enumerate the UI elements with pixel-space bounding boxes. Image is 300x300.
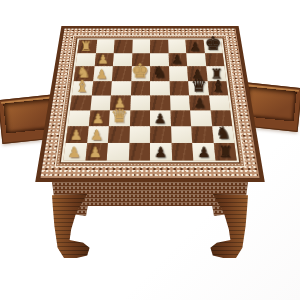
square-b6[interactable]: ♟ — [168, 53, 187, 66]
square-f5[interactable]: ♟ — [150, 111, 171, 127]
square-g6[interactable] — [171, 126, 193, 143]
square-g5[interactable] — [150, 126, 171, 143]
chess-board: ♜♟♚♟♟♞♟♚♞♟♜♝♛♝♟♟♟♛♟♟♟♞♟♟♟♟♜ — [61, 38, 239, 162]
square-g2[interactable]: ♟ — [87, 126, 109, 143]
chess-table-photo: ♜♟♚♟♟♞♟♚♞♟♜♝♛♝♟♟♟♛♟♟♟♞♟♟♟♟♜ — [0, 0, 300, 300]
white-pawn-g1[interactable]: ♟ — [70, 128, 83, 142]
white-rook-a1[interactable]: ♜ — [81, 40, 93, 53]
white-queen-f3[interactable]: ♛ — [111, 107, 128, 126]
square-d5[interactable] — [150, 81, 170, 95]
black-pawn-e7[interactable]: ♟ — [194, 96, 206, 109]
white-pawn-b2[interactable]: ♟ — [98, 53, 109, 65]
square-d1[interactable]: ♝ — [72, 81, 93, 95]
table-top: ♜♟♚♟♟♞♟♚♞♟♜♝♛♝♟♟♟♛♟♟♟♞♟♟♟♟♜ — [35, 26, 265, 182]
square-f4[interactable] — [129, 111, 150, 127]
black-bishop-d8[interactable]: ♝ — [211, 79, 225, 95]
square-g7[interactable] — [191, 126, 213, 143]
square-f7[interactable] — [190, 111, 212, 127]
square-h7[interactable]: ♟ — [192, 143, 215, 161]
square-g4[interactable] — [129, 126, 150, 143]
square-h1[interactable]: ♟ — [63, 143, 86, 161]
white-pawn-h1[interactable]: ♟ — [68, 145, 81, 159]
white-bishop-d1[interactable]: ♝ — [74, 79, 88, 95]
square-a4[interactable] — [132, 40, 150, 54]
square-h5[interactable]: ♟ — [150, 143, 172, 161]
black-queen-d7[interactable]: ♛ — [191, 77, 207, 95]
square-f2[interactable]: ♟ — [88, 111, 110, 127]
square-f3[interactable]: ♛ — [109, 111, 130, 127]
square-e8[interactable] — [209, 96, 231, 111]
square-a8[interactable]: ♚ — [203, 40, 223, 54]
square-a1[interactable]: ♜ — [77, 40, 97, 54]
square-e1[interactable] — [70, 96, 92, 111]
square-c5[interactable]: ♞ — [150, 66, 169, 81]
square-c4[interactable]: ♚ — [131, 66, 150, 81]
square-g1[interactable]: ♟ — [66, 126, 89, 143]
square-a5[interactable] — [150, 40, 168, 54]
black-pawn-h7[interactable]: ♟ — [198, 145, 211, 159]
white-pawn-f2[interactable]: ♟ — [93, 112, 105, 126]
square-d2[interactable] — [91, 81, 111, 95]
inlaid-border-inner: ♜♟♚♟♟♞♟♚♞♟♜♝♛♝♟♟♟♛♟♟♟♞♟♟♟♟♜ — [55, 35, 246, 167]
square-d8[interactable]: ♝ — [207, 81, 228, 95]
square-b3[interactable] — [113, 53, 132, 66]
black-pawn-h5[interactable]: ♟ — [154, 145, 167, 159]
black-knight-c5[interactable]: ♞ — [153, 65, 167, 81]
square-h2[interactable]: ♟ — [85, 143, 108, 161]
black-king-a8[interactable]: ♚ — [205, 34, 222, 53]
black-knight-g8[interactable]: ♞ — [216, 125, 231, 142]
square-c6[interactable] — [169, 66, 189, 81]
square-d3[interactable] — [111, 81, 131, 95]
white-pawn-c2[interactable]: ♟ — [97, 68, 108, 81]
square-h6[interactable] — [171, 143, 193, 161]
square-d4[interactable] — [130, 81, 150, 95]
square-g3[interactable] — [108, 126, 130, 143]
square-e4[interactable] — [130, 96, 150, 111]
square-e2[interactable] — [90, 96, 111, 111]
square-f6[interactable] — [170, 111, 191, 127]
black-rook-h8[interactable]: ♜ — [219, 144, 233, 160]
square-a7[interactable]: ♟ — [185, 40, 204, 54]
square-d7[interactable]: ♛ — [188, 81, 208, 95]
square-e5[interactable] — [150, 96, 170, 111]
table-apron — [68, 182, 232, 206]
square-h3[interactable] — [107, 143, 129, 161]
square-e7[interactable]: ♟ — [189, 96, 210, 111]
inlaid-border-outer: ♜♟♚♟♟♞♟♚♞♟♜♝♛♝♟♟♟♛♟♟♟♞♟♟♟♟♜ — [39, 28, 261, 179]
square-h4[interactable] — [128, 143, 150, 161]
white-pawn-g2[interactable]: ♟ — [91, 128, 104, 142]
black-pawn-f5[interactable]: ♟ — [154, 112, 166, 126]
square-h8[interactable]: ♜ — [213, 143, 236, 161]
white-king-c4[interactable]: ♚ — [132, 61, 150, 81]
square-a3[interactable] — [114, 40, 133, 54]
square-b2[interactable]: ♟ — [94, 53, 113, 66]
square-f1[interactable] — [68, 111, 90, 127]
square-c2[interactable]: ♟ — [93, 66, 113, 81]
square-e6[interactable] — [170, 96, 191, 111]
square-g8[interactable]: ♞ — [212, 126, 235, 143]
square-d6[interactable] — [169, 81, 189, 95]
square-b8[interactable] — [205, 53, 225, 66]
white-pawn-h2[interactable]: ♟ — [89, 145, 102, 159]
black-pawn-a7[interactable]: ♟ — [190, 41, 201, 53]
black-pawn-b6[interactable]: ♟ — [172, 53, 183, 65]
square-c3[interactable] — [112, 66, 132, 81]
square-b7[interactable] — [186, 53, 205, 66]
